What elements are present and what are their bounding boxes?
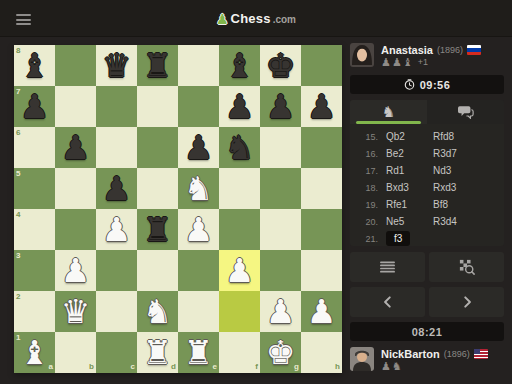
clock-top: 09:56 [350,75,504,94]
board-analysis-icon [459,259,475,275]
square-h1[interactable]: h [301,332,342,373]
move-number: 16. [356,149,386,159]
square-a6[interactable]: 6 [14,127,55,168]
square-f6[interactable]: ♞ [219,127,260,168]
square-a8[interactable]: 8♝ [14,45,55,86]
square-d6[interactable] [137,127,178,168]
clock-icon [404,79,415,90]
square-a5[interactable]: 5 [14,168,55,209]
white-bishop[interactable]: ♝ [14,332,55,373]
square-d1[interactable]: d♜ [137,332,178,373]
game-panel: Anastasia (1896) ♟♟♝+1 09:56 ♞ 15 [350,37,504,384]
square-f4[interactable] [219,209,260,250]
move-list: 15.Qb2Rfd816.Be2R3d717.Rd1Nd318.Bxd3Rxd3… [350,124,504,246]
white-move[interactable]: Qb2 [386,131,433,142]
captured-pawn-icon: ♟ [392,57,402,68]
white-rook[interactable]: ♜ [178,332,219,373]
square-e3[interactable] [178,250,219,291]
square-c4[interactable]: ♟ [96,209,137,250]
white-pawn[interactable]: ♟ [219,250,260,291]
black-knight[interactable]: ♞ [219,127,260,168]
square-b1[interactable]: b [55,332,96,373]
black-pawn[interactable]: ♟ [14,86,55,127]
square-g5[interactable] [260,168,301,209]
square-e8[interactable] [178,45,219,86]
square-h4[interactable] [301,209,342,250]
white-pawn[interactable]: ♟ [96,209,137,250]
square-e6[interactable]: ♟ [178,127,219,168]
chess-board[interactable]: 8♝♛♜♝♚7♟♟♟♟6♟♟♞5♟♞4♟♜♟3♟♟2♛♞♟♟1a♝bcd♜e♜f… [14,45,342,373]
square-a2[interactable]: 2 [14,291,55,332]
list-icon [379,260,396,274]
white-move[interactable]: f3 [386,233,433,244]
white-rook[interactable]: ♜ [137,332,178,373]
white-king[interactable]: ♚ [260,332,301,373]
square-c3[interactable] [96,250,137,291]
avatar[interactable] [350,347,374,371]
white-pawn[interactable]: ♟ [55,250,96,291]
square-g8[interactable]: ♚ [260,45,301,86]
move-number: 21. [356,234,386,244]
rank-label-6: 6 [16,129,20,137]
white-move[interactable]: Bxd3 [386,182,433,193]
square-h6[interactable] [301,127,342,168]
square-b5[interactable] [55,168,96,209]
move-number: 15. [356,132,386,142]
file-label-b: b [89,363,94,371]
analysis-button[interactable] [429,252,504,282]
square-b4[interactable] [55,209,96,250]
square-h3[interactable] [301,250,342,291]
black-queen[interactable]: ♛ [96,45,137,86]
square-d3[interactable] [137,250,178,291]
rank-label-5: 5 [16,170,20,178]
black-bishop[interactable]: ♝ [219,45,260,86]
white-move[interactable]: Rd1 [386,165,433,176]
black-pawn[interactable]: ♟ [55,127,96,168]
top-bar: ♟ Chess .com [0,0,512,37]
square-f5[interactable] [219,168,260,209]
white-pawn[interactable]: ♟ [301,291,342,332]
black-pawn[interactable]: ♟ [219,86,260,127]
captured-pieces: ♟♞ [381,361,402,372]
square-a4[interactable]: 4 [14,209,55,250]
file-label-c: c [131,363,135,371]
square-g2[interactable]: ♟ [260,291,301,332]
move-row: 20.Ne5R3d4 [350,213,504,230]
square-f2[interactable] [219,291,260,332]
square-h5[interactable] [301,168,342,209]
black-move[interactable]: Rxd3 [433,182,504,193]
player-rating: (1896) [437,45,463,55]
clock-time: 09:56 [420,79,451,91]
square-e4[interactable]: ♟ [178,209,219,250]
square-c8[interactable]: ♛ [96,45,137,86]
pawn-logo-icon: ♟ [216,12,229,26]
square-d7[interactable] [137,86,178,127]
square-d4[interactable]: ♜ [137,209,178,250]
square-c1[interactable]: c [96,332,137,373]
tab-chat[interactable] [427,100,504,124]
captured-pawn-icon: ♟ [381,361,391,372]
square-e1[interactable]: e♜ [178,332,219,373]
square-d8[interactable]: ♜ [137,45,178,86]
black-bishop[interactable]: ♝ [14,45,55,86]
captured-knight-icon: ♞ [392,361,402,372]
white-pawn[interactable]: ♟ [178,209,219,250]
square-a3[interactable]: 3 [14,250,55,291]
black-rook[interactable]: ♜ [137,209,178,250]
square-a7[interactable]: 7♟ [14,86,55,127]
move-number: 18. [356,183,386,193]
square-c6[interactable] [96,127,137,168]
move-row: 15.Qb2Rfd8 [350,128,504,145]
black-move[interactable]: R3d4 [433,216,504,227]
move-row: 18.Bxd3Rxd3 [350,179,504,196]
moves-box: ♞ 15.Qb2Rfd816.Be2R3d717.Rd1Nd318.Bxd3Rx… [350,100,504,246]
square-b8[interactable] [55,45,96,86]
square-g3[interactable] [260,250,301,291]
square-f1[interactable]: f [219,332,260,373]
black-move[interactable]: Rfd8 [433,131,504,142]
black-pawn[interactable]: ♟ [178,127,219,168]
next-move-button[interactable] [429,287,504,317]
square-c7[interactable] [96,86,137,127]
square-h2[interactable]: ♟ [301,291,342,332]
move-list-button[interactable] [350,252,425,282]
chevron-left-icon [381,295,395,309]
square-h7[interactable]: ♟ [301,86,342,127]
usa-flag-icon [474,349,488,359]
move-number: 17. [356,166,386,176]
player-name[interactable]: Anastasia [381,44,433,56]
black-rook[interactable]: ♜ [137,45,178,86]
square-g7[interactable]: ♟ [260,86,301,127]
chesscom-logo: ♟ Chess .com [0,0,512,37]
player-name[interactable]: NickBarton [381,348,440,360]
clock-bottom: 08:21 [350,322,504,341]
black-pawn[interactable]: ♟ [96,168,137,209]
square-d2[interactable]: ♞ [137,291,178,332]
move-number: 19. [356,200,386,210]
square-g4[interactable] [260,209,301,250]
white-pawn[interactable]: ♟ [260,291,301,332]
player-bottom: NickBarton (1896) ♟♞ [350,347,504,375]
square-e7[interactable] [178,86,219,127]
logo-suffix: .com [273,14,296,25]
white-queen[interactable]: ♛ [55,291,96,332]
square-c2[interactable] [96,291,137,332]
black-pawn[interactable]: ♟ [301,86,342,127]
previous-move-button[interactable] [350,287,425,317]
square-h8[interactable] [301,45,342,86]
move-row: 16.Be2R3d7 [350,145,504,162]
move-row: 17.Rd1Nd3 [350,162,504,179]
square-b2[interactable]: ♛ [55,291,96,332]
black-pawn[interactable]: ♟ [260,86,301,127]
square-a1[interactable]: 1a♝ [14,332,55,373]
square-f8[interactable]: ♝ [219,45,260,86]
player-top: Anastasia (1896) ♟♟♝+1 [350,43,504,71]
file-label-h: h [335,363,340,371]
chat-icon [458,105,474,119]
logo-text: Chess [231,11,271,26]
black-move[interactable]: Bf8 [433,199,504,210]
black-move[interactable]: Nd3 [433,165,504,176]
white-move[interactable]: Rfe1 [386,199,433,210]
square-e2[interactable] [178,291,219,332]
square-e5[interactable]: ♞ [178,168,219,209]
captured-bishop-icon: ♝ [403,57,413,68]
white-knight[interactable]: ♞ [137,291,178,332]
file-label-f: f [255,363,258,371]
clock-time: 08:21 [412,326,443,338]
black-king[interactable]: ♚ [260,45,301,86]
square-f3[interactable]: ♟ [219,250,260,291]
tab-moves[interactable]: ♞ [350,100,427,124]
material-advantage: +1 [418,58,428,67]
square-b6[interactable]: ♟ [55,127,96,168]
square-d5[interactable] [137,168,178,209]
rank-label-3: 3 [16,252,20,260]
move-row: 21.f3 [350,230,504,246]
russia-flag-icon [467,45,481,55]
square-g6[interactable] [260,127,301,168]
rank-label-4: 4 [16,211,20,219]
captured-pieces: ♟♟♝+1 [381,57,428,68]
square-g1[interactable]: g♚ [260,332,301,373]
white-knight[interactable]: ♞ [178,168,219,209]
moves-knight-icon: ♞ [382,105,395,120]
square-c5[interactable]: ♟ [96,168,137,209]
black-move[interactable]: R3d7 [433,148,504,159]
captured-pawn-icon: ♟ [381,57,391,68]
white-move[interactable]: Be2 [386,148,433,159]
white-move[interactable]: Ne5 [386,216,433,227]
chevron-right-icon [460,295,474,309]
avatar[interactable] [350,43,374,67]
move-row: 19.Rfe1Bf8 [350,196,504,213]
square-b3[interactable]: ♟ [55,250,96,291]
rank-label-2: 2 [16,293,20,301]
move-number: 20. [356,217,386,227]
square-f7[interactable]: ♟ [219,86,260,127]
player-rating: (1896) [444,349,470,359]
square-b7[interactable] [55,86,96,127]
